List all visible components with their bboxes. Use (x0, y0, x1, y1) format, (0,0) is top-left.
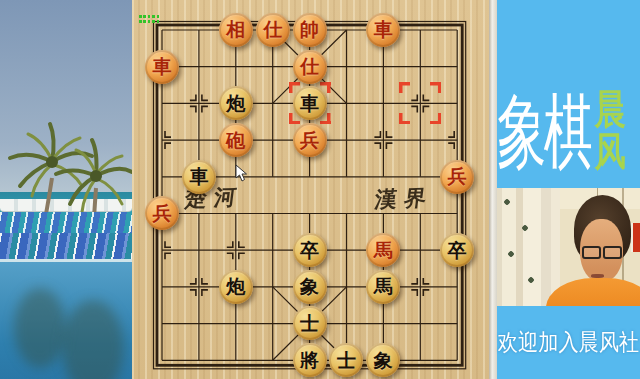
last-move-from-marker (399, 82, 441, 124)
webcam-view (497, 188, 640, 306)
piece-red-馬[interactable]: 馬 (366, 233, 400, 267)
channel-brand: 象棋 晨 风 (497, 84, 640, 179)
palm-reflection (14, 288, 66, 368)
board-point-4-0: 帥 (291, 12, 328, 49)
board-point-2-2: 炮 (217, 85, 254, 122)
board-point-0-5: 兵 (144, 195, 181, 232)
board-point-4-7: 象 (291, 268, 328, 305)
piece-black-炮[interactable]: 炮 (219, 270, 253, 304)
lounge-chairs-front-row (0, 233, 132, 260)
piece-black-象[interactable]: 象 (366, 343, 400, 377)
board-point-4-2: 車 (291, 85, 328, 122)
stream-side-panel: 象棋 晨 风 欢迎加入晨风社 (497, 0, 640, 379)
board-point-0-1: 車 (144, 48, 181, 85)
board-point-3-0: 仕 (254, 12, 291, 49)
piece-red-帥[interactable]: 帥 (293, 13, 327, 47)
board-point-8-6: 卒 (439, 232, 476, 269)
resort-photo (0, 0, 132, 379)
board-point-4-9: 將 (291, 342, 328, 379)
lounge-chairs-back-row (0, 212, 132, 234)
board-point-4-1: 仕 (291, 48, 328, 85)
board-point-7-2 (402, 85, 439, 122)
piece-black-卒[interactable]: 卒 (440, 233, 474, 267)
board-point-2-3: 砲 (217, 122, 254, 159)
piece-red-兵[interactable]: 兵 (145, 196, 179, 230)
board-point-6-9: 象 (365, 342, 402, 379)
welcome-banner: 欢迎加入晨风社 (497, 306, 640, 379)
piece-black-炮[interactable]: 炮 (219, 86, 253, 120)
welcome-text: 欢迎加入晨风社 (498, 327, 640, 358)
piece-red-相[interactable]: 相 (219, 13, 253, 47)
pieces-grid: 相仕帥車車仕炮車砲兵車兵兵卒馬卒炮象馬士將士象 (144, 12, 476, 379)
piece-black-將[interactable]: 將 (293, 343, 327, 377)
piece-black-卒[interactable]: 卒 (293, 233, 327, 267)
piece-red-車[interactable]: 車 (145, 50, 179, 84)
board-point-6-0: 車 (365, 12, 402, 49)
streamer-glasses (582, 246, 622, 259)
piece-black-士[interactable]: 士 (293, 306, 327, 340)
piece-red-仕[interactable]: 仕 (256, 13, 290, 47)
piece-black-象[interactable]: 象 (293, 270, 327, 304)
board-point-4-3: 兵 (291, 122, 328, 159)
brand-subtitle-char: 风 (594, 130, 625, 172)
xiangqi-board[interactable]: 楚河 漢界 相仕帥車車仕炮車砲兵車兵兵卒馬卒炮象馬士將士象 (132, 0, 489, 379)
board-point-2-7: 炮 (217, 268, 254, 305)
board-point-4-6: 卒 (291, 232, 328, 269)
timer-indicator (139, 15, 161, 24)
piece-black-車[interactable]: 車 (182, 160, 216, 194)
panel-divider (489, 0, 497, 379)
piece-red-兵[interactable]: 兵 (293, 123, 327, 157)
piece-red-車[interactable]: 車 (366, 13, 400, 47)
board-point-1-4: 車 (180, 158, 217, 195)
board-point-4-8: 士 (291, 305, 328, 342)
board-point-6-6: 馬 (365, 232, 402, 269)
board-point-5-9: 士 (328, 342, 365, 379)
mouse-cursor (235, 164, 249, 182)
board-point-2-0: 相 (217, 12, 254, 49)
piece-red-兵[interactable]: 兵 (440, 160, 474, 194)
piece-black-車[interactable]: 車 (293, 86, 327, 120)
piece-red-砲[interactable]: 砲 (219, 123, 253, 157)
board-point-8-4: 兵 (439, 158, 476, 195)
piece-black-馬[interactable]: 馬 (366, 270, 400, 304)
curtain-background (497, 188, 560, 306)
stream-screenshot: 楚河 漢界 相仕帥車車仕炮車砲兵車兵兵卒馬卒炮象馬士將士象 象棋 晨 风 (0, 0, 640, 379)
board-point-6-7: 馬 (365, 268, 402, 305)
piece-red-仕[interactable]: 仕 (293, 50, 327, 84)
brand-subtitle-char: 晨 (594, 88, 625, 130)
brand-title: 象棋 (497, 84, 591, 179)
red-object (631, 223, 640, 251)
piece-black-士[interactable]: 士 (329, 343, 363, 377)
brand-subtitle: 晨 风 (590, 88, 630, 172)
